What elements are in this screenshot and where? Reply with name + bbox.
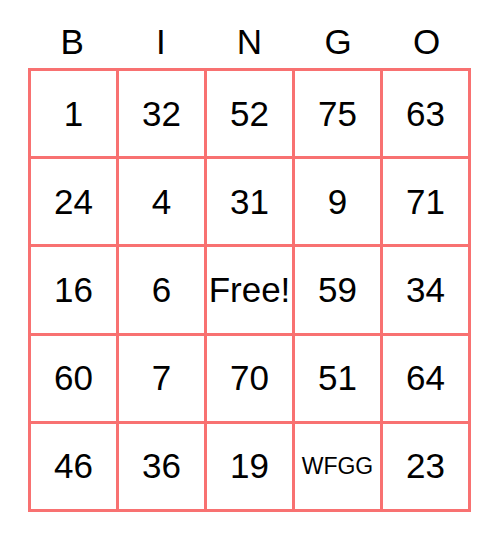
bingo-cell[interactable]: 9 (295, 159, 380, 244)
bingo-cell[interactable]: 16 (31, 247, 116, 332)
bingo-cell[interactable]: 31 (207, 159, 292, 244)
bingo-cell[interactable]: 19 (207, 424, 292, 509)
bingo-cell[interactable]: 64 (383, 336, 468, 421)
bingo-cell[interactable]: 71 (383, 159, 468, 244)
bingo-cell[interactable]: 59 (295, 247, 380, 332)
bingo-cell[interactable]: 60 (31, 336, 116, 421)
header-letter-g: G (294, 20, 383, 64)
free-space-cell[interactable]: Free! (207, 247, 292, 332)
bingo-cell[interactable]: 23 (383, 424, 468, 509)
card-tag-cell[interactable]: WFGG (295, 424, 380, 509)
bingo-cell[interactable]: 51 (295, 336, 380, 421)
bingo-cell[interactable]: 46 (31, 424, 116, 509)
bingo-card: B I N G O 1 32 52 75 63 24 4 31 9 71 16 … (0, 0, 501, 544)
header-letter-i: I (117, 20, 206, 64)
bingo-cell[interactable]: 4 (119, 159, 204, 244)
header-letter-o: O (382, 20, 471, 64)
bingo-header: B I N G O (28, 20, 471, 64)
bingo-cell[interactable]: 7 (119, 336, 204, 421)
bingo-cell[interactable]: 52 (207, 71, 292, 156)
bingo-cell[interactable]: 6 (119, 247, 204, 332)
bingo-grid: 1 32 52 75 63 24 4 31 9 71 16 6 Free! 59… (28, 68, 471, 512)
bingo-cell[interactable]: 32 (119, 71, 204, 156)
bingo-cell[interactable]: 36 (119, 424, 204, 509)
bingo-cell[interactable]: 70 (207, 336, 292, 421)
bingo-cell[interactable]: 63 (383, 71, 468, 156)
bingo-cell[interactable]: 75 (295, 71, 380, 156)
header-letter-b: B (28, 20, 117, 64)
bingo-cell[interactable]: 1 (31, 71, 116, 156)
header-letter-n: N (205, 20, 294, 64)
bingo-cell[interactable]: 24 (31, 159, 116, 244)
bingo-cell[interactable]: 34 (383, 247, 468, 332)
